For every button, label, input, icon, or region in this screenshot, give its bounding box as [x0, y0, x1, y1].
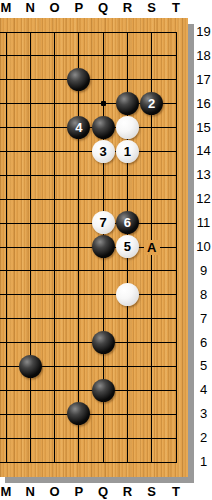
stone-white-R8[interactable] [116, 283, 139, 306]
column-label-M: M [0, 484, 14, 499]
row-label-16: 16 [195, 97, 212, 111]
stone-black-P17[interactable] [67, 68, 90, 91]
move-number-label: 7 [100, 211, 107, 234]
row-label-10: 10 [195, 240, 212, 254]
point-mark-S10[interactable]: A [144, 240, 160, 255]
column-label-T: T [168, 0, 184, 16]
row-label-4: 4 [195, 383, 212, 397]
stone-white-Q14[interactable]: 3 [92, 140, 115, 163]
row-label-7: 7 [195, 312, 212, 326]
stone-black-N5[interactable] [19, 355, 42, 378]
row-label-8: 8 [195, 288, 212, 302]
stone-white-R15[interactable] [116, 116, 139, 139]
column-label-M: M [0, 0, 14, 16]
stone-black-Q10[interactable] [92, 235, 115, 258]
column-label-O: O [47, 0, 63, 16]
column-label-N: N [22, 484, 38, 499]
move-number-label: 6 [124, 211, 131, 234]
column-label-O: O [47, 484, 63, 499]
stone-black-R16[interactable] [116, 92, 139, 115]
row-label-2: 2 [195, 431, 212, 445]
column-label-Q: Q [95, 0, 111, 16]
stone-black-R11[interactable]: 6 [116, 211, 139, 234]
stone-black-P15[interactable]: 4 [67, 116, 90, 139]
stone-black-Q6[interactable] [92, 331, 115, 354]
move-number-label: 3 [100, 140, 107, 163]
stone-black-S16[interactable]: 2 [140, 92, 163, 115]
row-label-15: 15 [195, 121, 212, 135]
column-label-Q: Q [95, 484, 111, 499]
row-label-9: 9 [195, 264, 212, 278]
stone-black-P3[interactable] [67, 402, 90, 425]
row-label-17: 17 [195, 73, 212, 87]
row-label-6: 6 [195, 336, 212, 350]
move-number-label: 1 [124, 140, 131, 163]
row-label-1: 1 [195, 455, 212, 469]
stone-white-R10[interactable]: 5 [116, 235, 139, 258]
go-board-diagram: 2463175 A MNOPQRST MNOPQRST 191817161514… [0, 0, 212, 500]
column-label-S: S [144, 0, 160, 16]
stone-black-Q15[interactable] [92, 116, 115, 139]
move-number-label: 4 [75, 116, 82, 139]
row-label-18: 18 [195, 49, 212, 63]
move-number-label: 5 [124, 235, 131, 258]
stones-grid: 2463175 [0, 20, 188, 474]
column-label-R: R [119, 484, 135, 499]
move-number-label: 2 [148, 92, 155, 115]
row-label-12: 12 [195, 192, 212, 206]
row-label-11: 11 [195, 216, 212, 230]
row-label-13: 13 [195, 168, 212, 182]
row-label-3: 3 [195, 407, 212, 421]
column-label-N: N [22, 0, 38, 16]
column-label-P: P [71, 484, 87, 499]
stone-black-Q4[interactable] [92, 379, 115, 402]
row-label-5: 5 [195, 359, 212, 373]
stone-white-R14[interactable]: 1 [116, 140, 139, 163]
column-label-P: P [71, 0, 87, 16]
column-label-R: R [119, 0, 135, 16]
row-label-14: 14 [195, 144, 212, 158]
column-label-S: S [144, 484, 160, 499]
column-label-T: T [168, 484, 184, 499]
stone-white-Q11[interactable]: 7 [92, 211, 115, 234]
row-label-19: 19 [195, 25, 212, 39]
